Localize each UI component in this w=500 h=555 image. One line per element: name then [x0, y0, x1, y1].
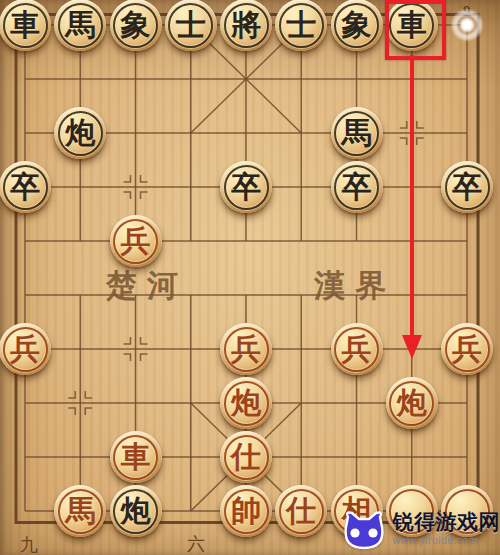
board-cell[interactable]	[53, 430, 108, 484]
board-cell[interactable]	[108, 52, 163, 106]
board-cell[interactable]	[0, 484, 53, 538]
board-cell[interactable]	[439, 268, 494, 322]
board-cell[interactable]	[53, 214, 108, 268]
board-cell[interactable]	[53, 52, 108, 106]
board-cell[interactable]	[274, 268, 329, 322]
piece-black-cannon[interactable]: 炮	[110, 485, 162, 537]
piece-glyph: 象	[342, 10, 372, 40]
piece-black-general[interactable]: 將	[220, 0, 272, 51]
board-cell[interactable]	[53, 376, 108, 430]
board-cell[interactable]	[439, 52, 494, 106]
piece-black-soldier[interactable]: 卒	[441, 161, 493, 213]
board-cell[interactable]	[53, 322, 108, 376]
piece-glyph: 兵	[231, 334, 261, 364]
board-cell[interactable]	[329, 376, 384, 430]
piece-glyph: 兵	[452, 334, 482, 364]
piece-red-soldier[interactable]: 兵	[331, 323, 383, 375]
board-cell[interactable]: 士	[163, 0, 218, 52]
piece-glyph: 兵	[10, 334, 40, 364]
piece-red-advisor[interactable]: 仕	[275, 485, 327, 537]
watermark-logo-icon	[339, 511, 389, 552]
piece-black-horse[interactable]: 馬	[331, 107, 383, 159]
piece-red-soldier[interactable]: 兵	[220, 323, 272, 375]
piece-black-advisor[interactable]: 士	[165, 0, 217, 51]
board-cell[interactable]	[163, 214, 218, 268]
piece-glyph: 馬	[342, 118, 372, 148]
board-cell[interactable]	[329, 214, 384, 268]
move-arrow-line	[410, 55, 414, 336]
board-cell[interactable]: 兵	[218, 322, 273, 376]
piece-glyph: 士	[286, 10, 316, 40]
board-cell[interactable]	[108, 322, 163, 376]
watermark: 锐得游戏网 www.ytruide.com	[337, 509, 500, 555]
piece-red-horse[interactable]: 馬	[54, 485, 106, 537]
board-cell[interactable]: 卒	[0, 160, 53, 214]
board-cell[interactable]	[274, 52, 329, 106]
piece-red-chariot[interactable]: 車	[110, 431, 162, 483]
piece-black-soldier[interactable]: 卒	[0, 161, 51, 213]
board-cell[interactable]	[439, 376, 494, 430]
board-cell[interactable]: 卒	[329, 160, 384, 214]
board-cell[interactable]: 炮	[108, 484, 163, 538]
board-cell[interactable]	[274, 376, 329, 430]
board-cell[interactable]: 卒	[439, 160, 494, 214]
piece-glyph: 帥	[231, 496, 261, 526]
board-cell[interactable]	[439, 430, 494, 484]
move-arrow-head	[402, 335, 422, 359]
board-cell[interactable]	[439, 214, 494, 268]
board-grid: 車馬象士將士象車炮馬卒卒卒卒兵兵兵兵兵炮炮車仕馬炮帥仕相	[0, 0, 495, 538]
board-cell[interactable]	[163, 430, 218, 484]
piece-red-soldier[interactable]: 兵	[441, 323, 493, 375]
piece-red-soldier[interactable]: 兵	[110, 215, 162, 267]
board-cell[interactable]	[163, 484, 218, 538]
board-cell[interactable]	[329, 52, 384, 106]
board-cell[interactable]: 炮	[384, 376, 439, 430]
board-cell[interactable]: 卒	[218, 160, 273, 214]
piece-black-cannon[interactable]: 炮	[54, 107, 106, 159]
board-cell[interactable]	[0, 52, 53, 106]
board-cell[interactable]: 車	[108, 430, 163, 484]
piece-red-soldier[interactable]: 兵	[0, 323, 51, 375]
board-cell[interactable]	[108, 160, 163, 214]
board-cell[interactable]	[439, 0, 494, 52]
piece-glyph: 馬	[65, 496, 95, 526]
board-cell[interactable]: 馬	[53, 484, 108, 538]
board-cell[interactable]	[0, 268, 53, 322]
board-cell[interactable]: 兵	[0, 322, 53, 376]
board-cell[interactable]: 炮	[218, 376, 273, 430]
board-cell[interactable]: 仕	[218, 430, 273, 484]
board-cell[interactable]	[274, 214, 329, 268]
selected-piece-highlight-box	[385, 0, 446, 60]
board-cell[interactable]	[274, 322, 329, 376]
board-cell[interactable]	[163, 160, 218, 214]
board-cell[interactable]: 仕	[274, 484, 329, 538]
board-cell[interactable]	[329, 430, 384, 484]
piece-glyph: 炮	[397, 388, 427, 418]
board-cell[interactable]: 兵	[329, 322, 384, 376]
board-cell[interactable]	[163, 268, 218, 322]
board-cell[interactable]	[274, 160, 329, 214]
piece-black-soldier[interactable]: 卒	[331, 161, 383, 213]
piece-glyph: 卒	[10, 172, 40, 202]
piece-black-chariot[interactable]: 車	[0, 0, 51, 51]
piece-red-advisor[interactable]: 仕	[220, 431, 272, 483]
piece-glyph: 卒	[452, 172, 482, 202]
board-cell[interactable]	[0, 430, 53, 484]
board-cell[interactable]	[439, 106, 494, 160]
piece-glyph: 炮	[231, 388, 261, 418]
piece-glyph: 車	[121, 442, 151, 472]
xiangqi-board: 楚河 漢界 9 九 六 車馬象士將士象車炮馬卒卒卒卒兵兵兵兵兵炮炮車仕馬炮帥仕相…	[0, 0, 500, 555]
board-cell[interactable]	[108, 268, 163, 322]
file-label-bottom-jiu: 九	[20, 535, 38, 555]
board-cell[interactable]	[0, 106, 53, 160]
piece-glyph: 卒	[342, 172, 372, 202]
piece-glyph: 士	[176, 10, 206, 40]
board-cell[interactable]: 炮	[53, 106, 108, 160]
board-cell[interactable]	[163, 106, 218, 160]
board-cell[interactable]: 車	[0, 0, 53, 52]
piece-glyph: 象	[121, 10, 151, 40]
board-cell[interactable]: 帥	[218, 484, 273, 538]
board-cell[interactable]	[163, 52, 218, 106]
piece-black-elephant[interactable]: 象	[331, 0, 383, 51]
board-cell[interactable]: 象	[329, 0, 384, 52]
board-cell[interactable]: 將	[218, 0, 273, 52]
piece-glyph: 卒	[231, 172, 261, 202]
board-cell[interactable]	[218, 106, 273, 160]
piece-glyph: 將	[231, 10, 261, 40]
board-cell[interactable]	[0, 376, 53, 430]
board-cell[interactable]	[108, 106, 163, 160]
board-cell[interactable]	[53, 268, 108, 322]
watermark-site-url: www.ytruide.com	[393, 535, 500, 546]
board-cell[interactable]: 士	[274, 0, 329, 52]
board-cell[interactable]	[218, 268, 273, 322]
piece-glyph: 仕	[231, 442, 261, 472]
piece-black-advisor[interactable]: 士	[275, 0, 327, 51]
piece-glyph: 馬	[65, 10, 95, 40]
board-cell[interactable]	[274, 106, 329, 160]
piece-red-cannon[interactable]: 炮	[386, 377, 438, 429]
piece-black-soldier[interactable]: 卒	[220, 161, 272, 213]
board-cell[interactable]	[163, 322, 218, 376]
piece-glyph: 兵	[342, 334, 372, 364]
piece-red-general[interactable]: 帥	[220, 485, 272, 537]
piece-glyph: 兵	[121, 226, 151, 256]
board-cell[interactable]: 兵	[439, 322, 494, 376]
board-cell[interactable]	[53, 160, 108, 214]
board-cell[interactable]	[384, 430, 439, 484]
board-cell[interactable]	[108, 376, 163, 430]
board-cell[interactable]	[218, 52, 273, 106]
piece-glyph: 炮	[121, 496, 151, 526]
board-cell[interactable]: 馬	[53, 0, 108, 52]
board-cell[interactable]	[163, 376, 218, 430]
piece-red-cannon[interactable]: 炮	[220, 377, 272, 429]
piece-black-horse[interactable]: 馬	[54, 0, 106, 51]
board-cell[interactable]: 馬	[329, 106, 384, 160]
watermark-site-name: 锐得游戏网	[393, 511, 500, 532]
board-cell[interactable]	[329, 268, 384, 322]
piece-glyph: 仕	[286, 496, 316, 526]
piece-black-elephant[interactable]: 象	[110, 0, 162, 51]
board-cell[interactable]	[218, 214, 273, 268]
board-cell[interactable]: 象	[108, 0, 163, 52]
board-cell[interactable]	[0, 214, 53, 268]
piece-glyph: 車	[10, 10, 40, 40]
board-cell[interactable]: 兵	[108, 214, 163, 268]
piece-glyph: 炮	[65, 118, 95, 148]
board-cell[interactable]	[274, 430, 329, 484]
